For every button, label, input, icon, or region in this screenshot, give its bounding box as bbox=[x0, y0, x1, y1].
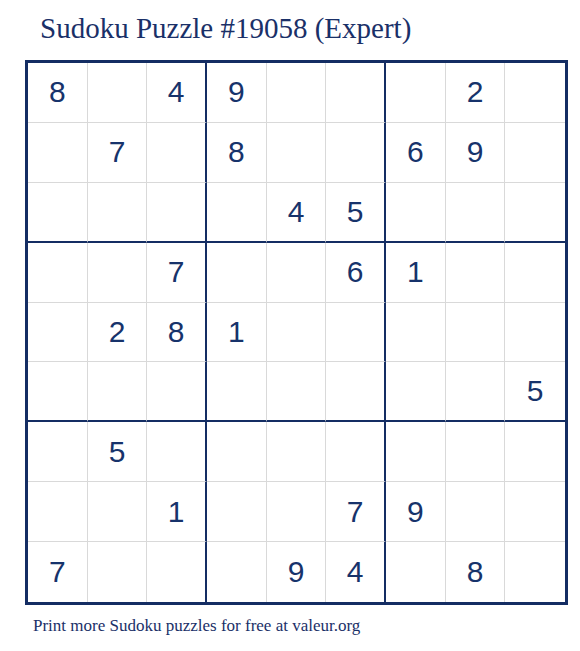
cell-r2c4: 8 bbox=[207, 123, 267, 183]
cell-r6c2 bbox=[88, 362, 148, 422]
cell-r5c6 bbox=[326, 303, 386, 363]
cell-r7c6 bbox=[326, 422, 386, 482]
cell-r2c8: 9 bbox=[446, 123, 506, 183]
cell-r8c1 bbox=[28, 482, 88, 542]
cell-r2c5 bbox=[267, 123, 327, 183]
cell-r3c2 bbox=[88, 183, 148, 243]
cell-r6c9: 5 bbox=[505, 362, 565, 422]
cell-r4c4 bbox=[207, 243, 267, 303]
cell-r1c8: 2 bbox=[446, 63, 506, 123]
cell-r3c7 bbox=[386, 183, 446, 243]
cell-r7c9 bbox=[505, 422, 565, 482]
cell-r6c4 bbox=[207, 362, 267, 422]
cell-r2c6 bbox=[326, 123, 386, 183]
cell-r1c1: 8 bbox=[28, 63, 88, 123]
cell-r7c4 bbox=[207, 422, 267, 482]
cell-r5c7 bbox=[386, 303, 446, 363]
cell-r3c9 bbox=[505, 183, 565, 243]
cell-r3c8 bbox=[446, 183, 506, 243]
cell-r6c6 bbox=[326, 362, 386, 422]
cell-r9c9 bbox=[505, 542, 565, 602]
cell-r3c6: 5 bbox=[326, 183, 386, 243]
cell-r9c8: 8 bbox=[446, 542, 506, 602]
cell-r5c1 bbox=[28, 303, 88, 363]
cell-r1c9 bbox=[505, 63, 565, 123]
cell-r6c1 bbox=[28, 362, 88, 422]
cell-r1c2 bbox=[88, 63, 148, 123]
cell-r2c1 bbox=[28, 123, 88, 183]
cell-r8c6: 7 bbox=[326, 482, 386, 542]
cell-r7c7 bbox=[386, 422, 446, 482]
cell-r8c5 bbox=[267, 482, 327, 542]
cell-r1c3: 4 bbox=[147, 63, 207, 123]
cell-r2c9 bbox=[505, 123, 565, 183]
cell-r6c3 bbox=[147, 362, 207, 422]
cell-r5c4: 1 bbox=[207, 303, 267, 363]
cell-r6c8 bbox=[446, 362, 506, 422]
cell-r5c8 bbox=[446, 303, 506, 363]
cell-r9c4 bbox=[207, 542, 267, 602]
cell-r6c7 bbox=[386, 362, 446, 422]
cell-r5c3: 8 bbox=[147, 303, 207, 363]
cell-r6c5 bbox=[267, 362, 327, 422]
cell-r5c9 bbox=[505, 303, 565, 363]
cell-r4c9 bbox=[505, 243, 565, 303]
cell-r7c3 bbox=[147, 422, 207, 482]
cell-r1c4: 9 bbox=[207, 63, 267, 123]
sudoku-board: 8492786945761281551797948 bbox=[25, 60, 568, 605]
cell-r9c7 bbox=[386, 542, 446, 602]
cell-r7c1 bbox=[28, 422, 88, 482]
cell-r9c6: 4 bbox=[326, 542, 386, 602]
cell-r3c1 bbox=[28, 183, 88, 243]
cell-r4c5 bbox=[267, 243, 327, 303]
cell-r8c3: 1 bbox=[147, 482, 207, 542]
cell-r1c7 bbox=[386, 63, 446, 123]
cell-r4c8 bbox=[446, 243, 506, 303]
sudoku-page: Sudoku Puzzle #19058 (Expert) 8492786945… bbox=[0, 0, 580, 651]
cell-r5c5 bbox=[267, 303, 327, 363]
cell-r3c4 bbox=[207, 183, 267, 243]
cell-r9c5: 9 bbox=[267, 542, 327, 602]
cell-r8c4 bbox=[207, 482, 267, 542]
cell-r9c2 bbox=[88, 542, 148, 602]
cell-r4c6: 6 bbox=[326, 243, 386, 303]
cell-r4c3: 7 bbox=[147, 243, 207, 303]
cell-r4c2 bbox=[88, 243, 148, 303]
cell-r4c1 bbox=[28, 243, 88, 303]
cell-r8c9 bbox=[505, 482, 565, 542]
cell-r2c2: 7 bbox=[88, 123, 148, 183]
cell-r1c6 bbox=[326, 63, 386, 123]
cell-r2c7: 6 bbox=[386, 123, 446, 183]
cell-r7c2: 5 bbox=[88, 422, 148, 482]
cell-r9c1: 7 bbox=[28, 542, 88, 602]
cell-r3c5: 4 bbox=[267, 183, 327, 243]
cell-r2c3 bbox=[147, 123, 207, 183]
cell-r3c3 bbox=[147, 183, 207, 243]
cell-r7c8 bbox=[446, 422, 506, 482]
cell-r8c2 bbox=[88, 482, 148, 542]
cell-r8c7: 9 bbox=[386, 482, 446, 542]
cell-r9c3 bbox=[147, 542, 207, 602]
cell-r4c7: 1 bbox=[386, 243, 446, 303]
footer-text: Print more Sudoku puzzles for free at va… bbox=[33, 616, 360, 636]
cell-r8c8 bbox=[446, 482, 506, 542]
cell-r5c2: 2 bbox=[88, 303, 148, 363]
page-title: Sudoku Puzzle #19058 (Expert) bbox=[40, 12, 411, 45]
cell-r7c5 bbox=[267, 422, 327, 482]
cell-r1c5 bbox=[267, 63, 327, 123]
